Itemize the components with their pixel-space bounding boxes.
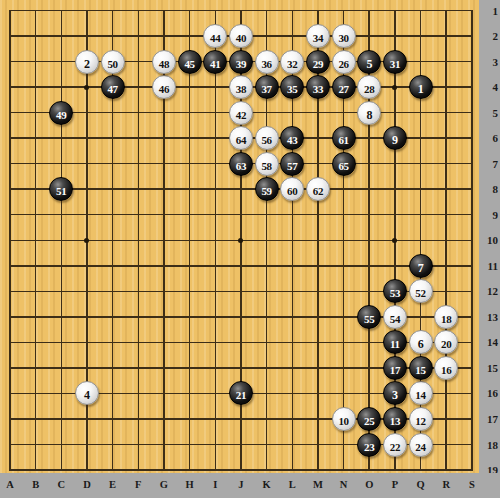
star-point — [84, 238, 89, 243]
move-number: 14 — [415, 389, 425, 401]
row-label-11: 11 — [488, 258, 498, 274]
grid-line-vertical — [445, 10, 447, 471]
move-number: 40 — [236, 32, 246, 44]
move-number: 5 — [366, 57, 372, 71]
grid-line-vertical — [471, 10, 473, 471]
stone-44-white-I2: 44 — [203, 24, 227, 48]
row-label-7: 7 — [493, 156, 499, 172]
stone-42-white-J5: 42 — [229, 101, 253, 125]
row-label-17: 17 — [487, 411, 498, 427]
stone-25-black-O17: 25 — [357, 407, 381, 431]
move-number: 57 — [287, 160, 297, 172]
stone-48-white-G3: 48 — [152, 50, 176, 74]
stone-1-black-Q4: 1 — [409, 75, 433, 99]
stone-55-black-O13: 55 — [357, 305, 381, 329]
row-label-4: 4 — [493, 79, 499, 95]
grid-line-horizontal — [9, 469, 472, 471]
move-number: 9 — [392, 133, 398, 147]
go-diagram: 1234567891011121314151617182021222324252… — [0, 0, 500, 498]
stone-51-black-C8: 51 — [49, 177, 73, 201]
col-label-C: C — [51, 473, 71, 498]
star-point — [392, 238, 397, 243]
row-label-8: 8 — [493, 181, 499, 197]
col-label-B: B — [26, 473, 46, 498]
move-number: 48 — [159, 58, 169, 70]
move-number: 32 — [287, 58, 297, 70]
move-number: 43 — [287, 134, 297, 146]
column-coordinate-strip: ABCDEFGHIJKLMNOPQRS — [0, 473, 500, 498]
stone-39-black-J3: 39 — [229, 50, 253, 74]
move-number: 37 — [261, 83, 271, 95]
stone-29-black-M3: 29 — [306, 50, 330, 74]
stone-62-white-M8: 62 — [306, 177, 330, 201]
move-number: 22 — [390, 441, 400, 453]
col-label-A: A — [0, 473, 20, 498]
col-label-N: N — [334, 473, 354, 498]
move-number: 4 — [84, 388, 90, 402]
stone-38-white-J4: 38 — [229, 75, 253, 99]
move-number: 34 — [313, 32, 323, 44]
stone-49-black-C5: 49 — [49, 101, 73, 125]
row-label-13: 13 — [487, 309, 498, 325]
move-number: 20 — [441, 338, 451, 350]
move-number: 52 — [415, 287, 425, 299]
stone-8-white-O5: 8 — [357, 101, 381, 125]
move-number: 7 — [418, 261, 424, 275]
move-number: 25 — [364, 415, 374, 427]
stone-7-black-Q11: 7 — [409, 254, 433, 278]
col-label-K: K — [257, 473, 277, 498]
stone-31-black-P3: 31 — [383, 50, 407, 74]
move-number: 12 — [415, 415, 425, 427]
move-number: 13 — [390, 415, 400, 427]
stone-2-white-D3: 2 — [75, 50, 99, 74]
stone-26-white-N3: 26 — [332, 50, 356, 74]
move-number: 58 — [261, 160, 271, 172]
stone-41-black-I3: 41 — [203, 50, 227, 74]
stone-65-black-N7: 65 — [332, 152, 356, 176]
stone-12-white-Q17: 12 — [409, 407, 433, 431]
move-number: 44 — [210, 32, 220, 44]
move-number: 29 — [313, 58, 323, 70]
stone-35-black-L4: 35 — [280, 75, 304, 99]
col-label-I: I — [205, 473, 225, 498]
stone-13-black-P17: 13 — [383, 407, 407, 431]
move-number: 56 — [261, 134, 271, 146]
move-number: 24 — [415, 441, 425, 453]
col-label-S: S — [462, 473, 482, 498]
stone-18-white-R13: 18 — [434, 305, 458, 329]
move-number: 1 — [418, 82, 424, 96]
stone-53-black-P12: 53 — [383, 279, 407, 303]
move-number: 63 — [236, 160, 246, 172]
stone-57-black-L7: 57 — [280, 152, 304, 176]
col-label-H: H — [180, 473, 200, 498]
move-number: 55 — [364, 313, 374, 325]
move-number: 31 — [390, 58, 400, 70]
col-label-F: F — [128, 473, 148, 498]
stone-47-black-E4: 47 — [101, 75, 125, 99]
move-number: 38 — [236, 83, 246, 95]
stone-28-white-O4: 28 — [357, 75, 381, 99]
move-number: 17 — [390, 364, 400, 376]
move-number: 8 — [366, 108, 372, 122]
move-number: 23 — [364, 441, 374, 453]
go-board[interactable]: 1234567891011121314151617182021222324252… — [0, 0, 479, 473]
star-point — [84, 85, 89, 90]
stone-6-white-Q14: 6 — [409, 330, 433, 354]
col-label-P: P — [385, 473, 405, 498]
stone-40-white-J2: 40 — [229, 24, 253, 48]
stone-24-white-Q18: 24 — [409, 433, 433, 457]
row-label-16: 16 — [487, 385, 498, 401]
stone-64-white-J6: 64 — [229, 126, 253, 150]
move-number: 61 — [338, 134, 348, 146]
col-label-M: M — [308, 473, 328, 498]
move-number: 62 — [313, 185, 323, 197]
stone-30-white-N2: 30 — [332, 24, 356, 48]
move-number: 53 — [390, 287, 400, 299]
move-number: 10 — [338, 415, 348, 427]
move-number: 15 — [415, 364, 425, 376]
move-number: 11 — [390, 338, 400, 350]
stone-3-black-P16: 3 — [383, 381, 407, 405]
stone-33-black-M4: 33 — [306, 75, 330, 99]
move-number: 6 — [418, 337, 424, 351]
move-number: 30 — [338, 32, 348, 44]
col-label-D: D — [77, 473, 97, 498]
row-label-15: 15 — [487, 360, 498, 376]
row-label-6: 6 — [493, 130, 499, 146]
move-number: 41 — [210, 58, 220, 70]
stone-56-white-K6: 56 — [255, 126, 279, 150]
star-point — [238, 238, 243, 243]
col-label-O: O — [359, 473, 379, 498]
row-label-12: 12 — [487, 283, 498, 299]
move-number: 2 — [84, 57, 90, 71]
move-number: 3 — [392, 388, 398, 402]
move-number: 51 — [56, 185, 66, 197]
col-label-R: R — [436, 473, 456, 498]
move-number: 47 — [107, 83, 117, 95]
row-label-18: 18 — [487, 437, 498, 453]
stone-9-black-P6: 9 — [383, 126, 407, 150]
move-number: 18 — [441, 313, 451, 325]
col-label-E: E — [103, 473, 123, 498]
move-number: 59 — [261, 185, 271, 197]
move-number: 28 — [364, 83, 374, 95]
col-label-J: J — [231, 473, 251, 498]
col-label-Q: Q — [411, 473, 431, 498]
stone-34-white-M2: 34 — [306, 24, 330, 48]
stone-5-black-O3: 5 — [357, 50, 381, 74]
move-number: 27 — [338, 83, 348, 95]
stone-20-white-R14: 20 — [434, 330, 458, 354]
stone-63-black-J7: 63 — [229, 152, 253, 176]
move-number: 21 — [236, 389, 246, 401]
stone-4-white-D16: 4 — [75, 381, 99, 405]
stone-60-white-L8: 60 — [280, 177, 304, 201]
row-label-2: 2 — [493, 28, 499, 44]
move-number: 54 — [390, 313, 400, 325]
move-number: 33 — [313, 83, 323, 95]
stone-27-black-N4: 27 — [332, 75, 356, 99]
stone-32-white-L3: 32 — [280, 50, 304, 74]
stone-59-black-K8: 59 — [255, 177, 279, 201]
move-number: 39 — [236, 58, 246, 70]
row-label-14: 14 — [487, 334, 498, 350]
move-number: 42 — [236, 109, 246, 121]
row-coordinate-strip: 12345678910111213141516171819 — [479, 0, 500, 498]
stone-50-white-E3: 50 — [101, 50, 125, 74]
stone-43-black-L6: 43 — [280, 126, 304, 150]
row-label-9: 9 — [493, 207, 499, 223]
stone-16-white-R15: 16 — [434, 356, 458, 380]
stone-17-black-P15: 17 — [383, 356, 407, 380]
row-label-1: 1 — [493, 3, 499, 19]
stone-36-white-K3: 36 — [255, 50, 279, 74]
stone-37-black-K4: 37 — [255, 75, 279, 99]
move-number: 65 — [338, 160, 348, 172]
stone-46-white-G4: 46 — [152, 75, 176, 99]
move-number: 16 — [441, 364, 451, 376]
stone-11-black-P14: 11 — [383, 330, 407, 354]
stone-15-black-Q15: 15 — [409, 356, 433, 380]
move-number: 60 — [287, 185, 297, 197]
move-number: 26 — [338, 58, 348, 70]
move-number: 64 — [236, 134, 246, 146]
stone-54-white-P13: 54 — [383, 305, 407, 329]
stone-23-black-O18: 23 — [357, 433, 381, 457]
col-label-L: L — [282, 473, 302, 498]
col-label-G: G — [154, 473, 174, 498]
grid-line-horizontal — [9, 265, 472, 267]
star-point — [392, 85, 397, 90]
stone-61-black-N6: 61 — [332, 126, 356, 150]
move-number: 46 — [159, 83, 169, 95]
stone-21-black-J16: 21 — [229, 381, 253, 405]
stone-52-white-Q12: 52 — [409, 279, 433, 303]
row-label-5: 5 — [493, 105, 499, 121]
move-number: 49 — [56, 109, 66, 121]
stone-14-white-Q16: 14 — [409, 381, 433, 405]
stone-10-white-N17: 10 — [332, 407, 356, 431]
move-number: 35 — [287, 83, 297, 95]
stone-22-white-P18: 22 — [383, 433, 407, 457]
stone-45-black-H3: 45 — [178, 50, 202, 74]
move-number: 50 — [107, 58, 117, 70]
row-label-10: 10 — [487, 232, 498, 248]
move-number: 45 — [184, 58, 194, 70]
move-number: 36 — [261, 58, 271, 70]
row-label-3: 3 — [493, 54, 499, 70]
stone-58-white-K7: 58 — [255, 152, 279, 176]
